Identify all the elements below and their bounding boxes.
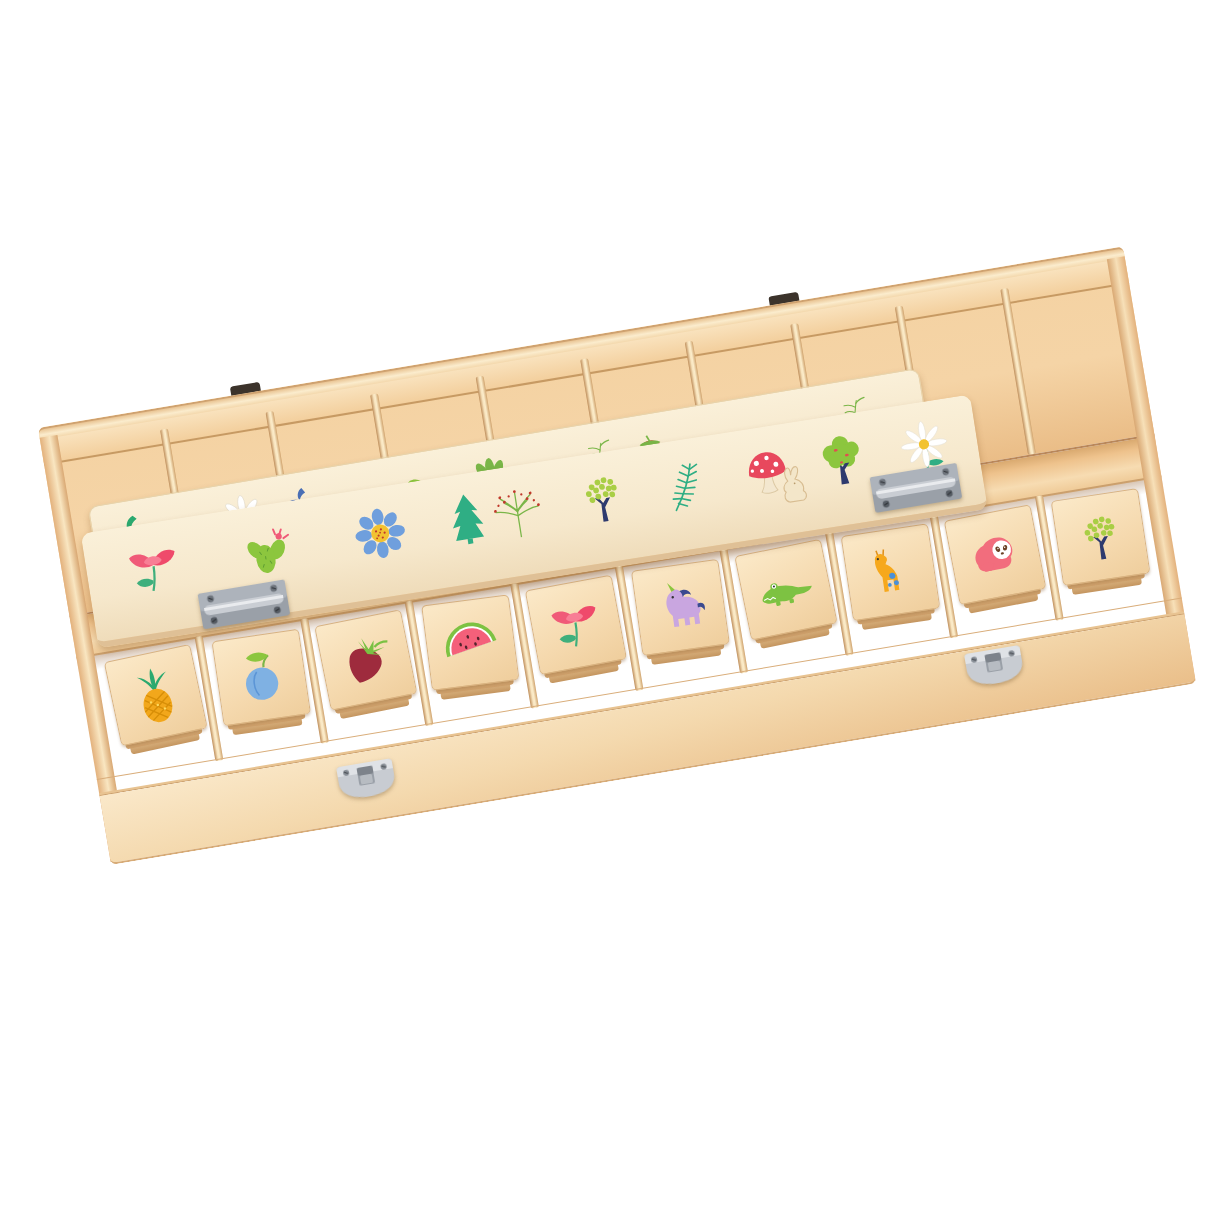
giraffe-icon bbox=[855, 537, 925, 607]
dill-icon bbox=[481, 475, 554, 548]
dill-motif bbox=[481, 475, 554, 548]
tile-stack-unicorn[interactable] bbox=[631, 559, 728, 654]
tile-stack-crocodile[interactable] bbox=[734, 539, 835, 638]
watermelon-icon bbox=[436, 608, 505, 677]
tree-motif bbox=[566, 462, 639, 535]
tile-stack-giraffe[interactable] bbox=[841, 524, 938, 620]
tile-stack-flower-pink[interactable] bbox=[525, 575, 625, 673]
pineapple-icon bbox=[119, 658, 193, 732]
cactus-icon bbox=[232, 514, 305, 587]
tree-icon bbox=[566, 462, 639, 535]
tile-stack-watermelon[interactable] bbox=[422, 595, 518, 689]
cactus-motif bbox=[232, 514, 305, 587]
tile-strawberry[interactable] bbox=[314, 609, 417, 711]
tile-crocodile[interactable] bbox=[734, 539, 837, 641]
tree-icon bbox=[1065, 502, 1135, 572]
crocodile-icon bbox=[749, 553, 822, 626]
unicorn-icon bbox=[646, 572, 716, 642]
tray-compartment-1 bbox=[94, 636, 219, 776]
sloth-icon bbox=[959, 518, 1032, 591]
tile-stack-pineapple[interactable] bbox=[104, 644, 206, 744]
plum-icon bbox=[226, 643, 296, 713]
tile-pineapple[interactable] bbox=[104, 644, 208, 746]
product-photo-scene bbox=[0, 0, 1214, 1214]
tile-stack-plum[interactable] bbox=[211, 629, 308, 725]
tile-giraffe[interactable] bbox=[841, 523, 941, 621]
flower-pink-icon bbox=[117, 532, 190, 605]
fern-motif bbox=[649, 449, 722, 522]
fern-icon bbox=[649, 449, 722, 522]
flower-pink-motif bbox=[117, 532, 190, 605]
tile-stack-tree[interactable] bbox=[1051, 488, 1148, 584]
tile-stack-sloth[interactable] bbox=[944, 505, 1044, 604]
tile-flower-pink[interactable] bbox=[525, 575, 627, 676]
tile-sloth[interactable] bbox=[944, 504, 1047, 605]
tile-tree[interactable] bbox=[1051, 488, 1151, 586]
tile-watermelon[interactable] bbox=[422, 594, 520, 690]
wooden-sorting-box bbox=[38, 246, 1196, 862]
strawberry-icon bbox=[329, 624, 402, 697]
flower-pink-icon bbox=[540, 589, 612, 661]
flower-blue-icon bbox=[344, 497, 417, 570]
tile-unicorn[interactable] bbox=[631, 559, 730, 656]
flower-blue-motif bbox=[344, 497, 417, 570]
tile-plum[interactable] bbox=[211, 629, 310, 727]
tile-stack-strawberry[interactable] bbox=[314, 610, 415, 709]
